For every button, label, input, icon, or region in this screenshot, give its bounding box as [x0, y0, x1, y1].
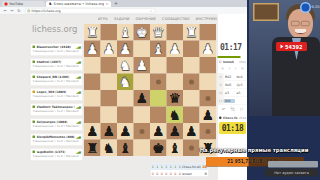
square-b4[interactable] [183, 74, 200, 91]
square-b5[interactable] [183, 90, 200, 107]
square-g7[interactable]: ♟ [101, 123, 118, 140]
wall-picture [253, 3, 279, 21]
white-b-piece[interactable]: ♝ [119, 24, 131, 41]
white-r-piece[interactable]: ♜ [86, 24, 98, 41]
square-f4[interactable]: ♞ [117, 74, 134, 91]
seek-player-name: Logos_369 (1889) [37, 90, 67, 94]
seek-mode-icon [33, 76, 36, 79]
seek-player-name: Aelyourgos (1888) [37, 120, 68, 124]
black-b-piece[interactable]: ♝ [169, 140, 181, 157]
browser-window: YouTube ♞ Блиц-шахматы • lichess.org × +… [0, 0, 247, 180]
seek-card[interactable]: StaOrel (1697)▂▄▆Товарищеская • 3+0 • St… [30, 58, 83, 71]
square-h1[interactable]: ♜ [84, 24, 101, 41]
white-p-piece[interactable]: ♟ [136, 57, 148, 74]
seek-player-name: AlexpikMenestos (898) [37, 135, 75, 139]
square-e4[interactable] [134, 74, 151, 91]
nav-item-4[interactable]: СООБЩЕСТВО [162, 17, 190, 21]
square-d6[interactable] [150, 107, 167, 124]
streamer-face [288, 9, 313, 39]
square-a4[interactable] [200, 74, 217, 91]
seek-card[interactable]: Aelyourgos (1888)▂▄▆Товарищеская • 3+0 •… [30, 118, 83, 131]
signal-bars-icon: ▂▄▆ [76, 135, 80, 138]
square-a3[interactable] [200, 57, 217, 74]
white-k-piece[interactable]: ♚ [136, 24, 148, 41]
black-p-piece[interactable]: ♟ [103, 123, 115, 140]
crosstable-player[interactable]: Chess-for-All [182, 165, 202, 169]
square-d4[interactable] [150, 74, 167, 91]
square-d3[interactable] [150, 57, 167, 74]
square-b2[interactable] [183, 41, 200, 58]
black-player-name: Chess-for-All [223, 116, 238, 120]
move-row: 9Nd5Qc5 [218, 81, 248, 89]
square-c2[interactable]: ♟ [167, 41, 184, 58]
square-h6[interactable] [84, 107, 101, 124]
square-c3[interactable] [167, 57, 184, 74]
signal-bars-icon: ▂▄▆ [76, 105, 80, 108]
move-hint-dot[interactable] [189, 79, 194, 84]
play-icon [281, 45, 284, 49]
square-a1[interactable] [200, 24, 217, 41]
seek-card[interactable]: Vladimir Takhmaspov (1323)▂▄▆Товарищеска… [30, 103, 83, 116]
black-p-piece[interactable]: ♟ [169, 123, 181, 140]
move-row: 10e3e5 [218, 89, 248, 97]
square-c1[interactable] [167, 24, 184, 41]
padlock-icon [28, 10, 31, 13]
move-black[interactable]: e5 [235, 91, 247, 95]
seek-description: Товарищеская • 3+0 • Standard [33, 110, 81, 113]
square-b1[interactable]: ♜ [183, 24, 200, 41]
stream-background [247, 0, 320, 180]
nav-item-2[interactable]: ЗАДАЧИ [114, 17, 130, 21]
square-f6[interactable] [117, 107, 134, 124]
seek-mode-icon [33, 136, 36, 139]
square-e2[interactable] [134, 41, 151, 58]
square-c8[interactable]: ♝ [167, 140, 184, 157]
seek-list: Blaueruscher (1928)▂▄▆Товарищеская • 3+0… [30, 43, 83, 163]
square-e6[interactable] [134, 107, 151, 124]
white-p-piece[interactable]: ♟ [86, 41, 98, 58]
seek-player-name: IagoRollin (1373) [37, 150, 66, 154]
square-d5[interactable] [150, 90, 167, 107]
tab-close-icon[interactable]: × [106, 2, 109, 6]
url-text: https://lichess.org [32, 9, 61, 13]
square-a5[interactable] [200, 90, 217, 107]
black-q-piece[interactable]: ♛ [169, 90, 181, 107]
move-row: 8Bd2Nc6 [218, 73, 248, 81]
square-h7[interactable]: ♟ [84, 123, 101, 140]
black-p-piece[interactable]: ♟ [86, 123, 98, 140]
move-black[interactable]: Nc6 [235, 75, 247, 79]
back-button[interactable]: ← [4, 9, 7, 14]
square-f1[interactable]: ♝ [117, 24, 134, 41]
square-c5[interactable]: ♛ [167, 90, 184, 107]
square-b7[interactable]: ♟ [183, 123, 200, 140]
square-g4[interactable] [101, 74, 118, 91]
seek-description: Товарищеская • 3+0 • Standard [33, 95, 81, 98]
tab-title: YouTube [9, 2, 23, 6]
crosstable-player[interactable]: leozah [182, 172, 202, 176]
square-d1[interactable]: ♛ [150, 24, 167, 41]
seek-card[interactable]: Shepard_NN (1400)▂▄▆Товарищеская • 3+0 •… [30, 73, 83, 86]
white-player-name: leozah [223, 60, 234, 64]
black-p-piece[interactable]: ♟ [119, 123, 131, 140]
square-d2[interactable]: ♝ [150, 41, 167, 58]
seek-mode-icon [33, 46, 36, 49]
nav-item-1[interactable]: ИГРА [98, 17, 108, 21]
move-hint-dot[interactable] [205, 96, 210, 101]
square-c4[interactable] [167, 74, 184, 91]
glasses-right-lens [301, 21, 310, 26]
move-list: 8Bd2Nc69Nd5Qc510e3e511Nf4 [218, 73, 248, 105]
square-h2[interactable]: ♟ [84, 41, 101, 58]
move-hint-dot[interactable] [205, 129, 210, 134]
crosstable-row[interactable]: 0000000leozah6 [151, 170, 209, 177]
black-r-piece[interactable]: ♜ [86, 140, 98, 157]
move-hint-dot[interactable] [156, 79, 161, 84]
move-black[interactable]: Qc5 [235, 83, 247, 87]
move-hint-dot[interactable] [139, 129, 144, 134]
white-clock: 01:17 [220, 42, 242, 52]
seek-description: Товарищеская • 3+0 • Standard [33, 80, 81, 83]
seek-card[interactable]: AlexpikMenestos (898)▂▄▆Товарищеская • 3… [30, 133, 83, 146]
square-b6[interactable] [183, 107, 200, 124]
square-e5[interactable]: ♟ [134, 90, 151, 107]
stream-logo-icon [300, 2, 311, 13]
square-h4[interactable] [84, 74, 101, 91]
move-white[interactable]: Nf4 [224, 99, 236, 103]
black-clock-active: 01:18 [219, 122, 246, 134]
black-p-piece[interactable]: ♟ [185, 123, 197, 140]
square-e7[interactable] [134, 123, 151, 140]
seek-player-name: Shepard_NN (1400) [37, 75, 70, 79]
black-n-piece[interactable]: ♞ [103, 140, 115, 157]
game-actions: ↶½⚐ [219, 107, 246, 112]
square-g2[interactable]: ♟ [101, 41, 118, 58]
youtube-favicon [5, 3, 8, 6]
seek-mode-icon [33, 61, 36, 64]
black-p-piece[interactable]: ♟ [152, 123, 164, 140]
move-nav-button-3[interactable]: › [235, 66, 237, 71]
signal-bars-icon: ▂▄▆ [76, 60, 80, 63]
black-k-piece[interactable]: ♚ [152, 140, 164, 157]
lichess-favicon: ♞ [49, 3, 53, 6]
square-f8[interactable]: ♝ [117, 140, 134, 157]
white-p-piece[interactable]: ♟ [169, 41, 181, 58]
address-bar[interactable]: https://lichess.org ☆ [25, 8, 156, 14]
seek-mode-icon [33, 151, 36, 154]
black-b-piece[interactable]: ♝ [119, 140, 131, 157]
black-player-row[interactable]: Chess-for-All 2543 [219, 116, 246, 120]
white-p-piece[interactable]: ♟ [119, 41, 131, 58]
seek-card[interactable]: Logos_369 (1889)▂▄▆Товарищеская • 3+0 • … [30, 88, 83, 101]
square-f2[interactable]: ♟ [117, 41, 134, 58]
square-a6[interactable]: ♟ [200, 107, 217, 124]
reload-button[interactable]: ↻ [17, 9, 20, 14]
stream-frame: YouTube ♞ Блиц-шахматы • lichess.org × +… [0, 0, 320, 180]
viewer-count: 54392 [285, 44, 302, 50]
seek-player-name: Blaueruscher (1928) [37, 45, 71, 49]
glasses-left-lens [291, 21, 300, 26]
square-h3[interactable] [84, 57, 101, 74]
signal-bars-icon: ▂▄▆ [76, 120, 80, 123]
white-r-piece[interactable]: ♜ [185, 24, 197, 41]
seek-mode-icon [33, 106, 36, 109]
square-f7[interactable]: ♟ [117, 123, 134, 140]
square-e1[interactable]: ♚ [134, 24, 151, 41]
time-gauge [218, 56, 241, 58]
signal-bars-icon: ▂▄▆ [76, 45, 80, 48]
no-audio-notice: Нет аудио захвата [265, 169, 318, 177]
white-p-piece[interactable]: ♟ [103, 41, 115, 58]
square-e3[interactable]: ♟ [134, 57, 151, 74]
obs-source-box [268, 161, 318, 168]
seek-player-name: StaOrel (1697) [37, 60, 62, 64]
seek-player-name: Vladimir Takhmaspov (1323) [37, 105, 75, 109]
black-player-rating: 2543 [239, 116, 246, 119]
draw-button[interactable]: ½ [230, 107, 234, 112]
square-h8[interactable]: ♜ [84, 140, 101, 157]
crosstable: 1111111Chess-for-All260000000leozah6 [150, 163, 209, 177]
white-n-piece[interactable]: ♞ [119, 74, 131, 91]
square-a7[interactable] [200, 123, 217, 140]
square-g6[interactable] [101, 107, 118, 124]
square-c7[interactable]: ♟ [167, 123, 184, 140]
move-nav-button-1[interactable]: « [221, 66, 224, 71]
black-color-dot [219, 117, 222, 120]
crosstable-total: 6 [205, 171, 209, 175]
square-g5[interactable] [101, 90, 118, 107]
move-row: 11Nf4 [218, 97, 248, 105]
smile [295, 29, 306, 34]
site-logo: lichess.org [32, 24, 78, 34]
seek-description: Товарищеская • 3+0 • Standard [33, 65, 81, 68]
square-b3[interactable] [183, 57, 200, 74]
seek-description: Товарищеская • 3+0 • Standard [33, 140, 81, 143]
square-h5[interactable] [84, 90, 101, 107]
seek-mode-icon [33, 121, 36, 124]
square-d7[interactable]: ♟ [150, 123, 167, 140]
square-a2[interactable]: ♟ [200, 41, 217, 58]
stream-timer: 6:20 [312, 5, 320, 9]
bookmark-star-icon[interactable]: ☆ [149, 9, 152, 13]
black-p-piece[interactable]: ♟ [136, 90, 148, 107]
square-g3[interactable] [101, 57, 118, 74]
move-white[interactable]: Nd5 [224, 83, 236, 87]
move-nav: «‹›» [219, 66, 246, 71]
new-tab-button[interactable]: + [114, 1, 118, 6]
move-white[interactable]: e3 [224, 91, 236, 95]
webcam [249, 0, 320, 116]
tab-strip: YouTube ♞ Блиц-шахматы • lichess.org × + [0, 0, 247, 7]
square-f5[interactable] [117, 90, 134, 107]
white-player-row[interactable]: leozah 1521 [219, 60, 246, 64]
main-nav: ИГРАЗАДАЧИОБУЧЕНИЕСООБЩЕСТВОИНСТРУМЕНТЫ [98, 17, 225, 21]
forward-button[interactable]: → [10, 9, 13, 14]
takeback-button[interactable]: ↶ [221, 107, 225, 112]
seek-description: Товарищеская • 3+0 • Standard [33, 125, 81, 128]
white-n-piece[interactable]: ♞ [119, 57, 131, 74]
white-p-piece[interactable]: ♟ [202, 41, 214, 58]
move-hint-dot[interactable] [189, 145, 194, 150]
chess-board: ♜♝♚♛♜♟♟♟♝♟♟♞♟♞♟♛♞♟♟♟♟♟♟♟♜♞♝♚♝♜ [84, 24, 216, 156]
donation-title: На регулярные прямые трансляции [195, 147, 313, 153]
square-d8[interactable]: ♚ [150, 140, 167, 157]
square-f3[interactable]: ♞ [117, 57, 134, 74]
signal-bars-icon: ▂▄▆ [76, 150, 80, 153]
move-nav-button-4[interactable]: » [241, 66, 244, 71]
square-e8[interactable] [134, 140, 151, 157]
square-g8[interactable]: ♞ [101, 140, 118, 157]
tab-title: Блиц-шахматы • lichess.org [54, 2, 105, 6]
browser-toolbar: ← → ↻ https://lichess.org ☆ [0, 7, 247, 15]
square-g1[interactable] [101, 24, 118, 41]
square-c6[interactable]: ♞ [167, 107, 184, 124]
black-p-piece[interactable]: ♟ [202, 107, 214, 124]
seek-card[interactable]: Blaueruscher (1928)▂▄▆Товарищеская • 3+0… [30, 43, 83, 56]
move-white[interactable]: Bd2 [224, 75, 236, 79]
black-n-piece[interactable]: ♞ [169, 107, 181, 124]
game-panel: 01:17 leozah 1521 «‹›» 8Bd2Nc69Nd5Qc510e… [217, 14, 247, 180]
white-q-piece[interactable]: ♛ [152, 24, 164, 41]
signal-bars-icon: ▂▄▆ [76, 90, 80, 93]
seek-card[interactable]: IagoRollin (1373)▂▄▆Товарищеская • 3+0 •… [30, 148, 83, 161]
white-player-rating: 1521 [239, 60, 246, 63]
white-b-piece[interactable]: ♝ [152, 41, 164, 58]
seek-mode-icon [33, 91, 36, 94]
move-nav-button-2[interactable]: ‹ [228, 66, 230, 71]
seek-description: Товарищеская • 3+0 • Standard [33, 155, 81, 158]
seek-description: Товарищеская • 3+0 • Standard [33, 50, 81, 53]
resign-button[interactable]: ⚐ [239, 107, 243, 112]
viewer-count-badge: 54392 [276, 42, 307, 51]
nav-item-3[interactable]: ОБУЧЕНИЕ [136, 17, 157, 21]
signal-bars-icon: ▂▄▆ [76, 75, 80, 78]
white-color-dot [219, 61, 222, 64]
